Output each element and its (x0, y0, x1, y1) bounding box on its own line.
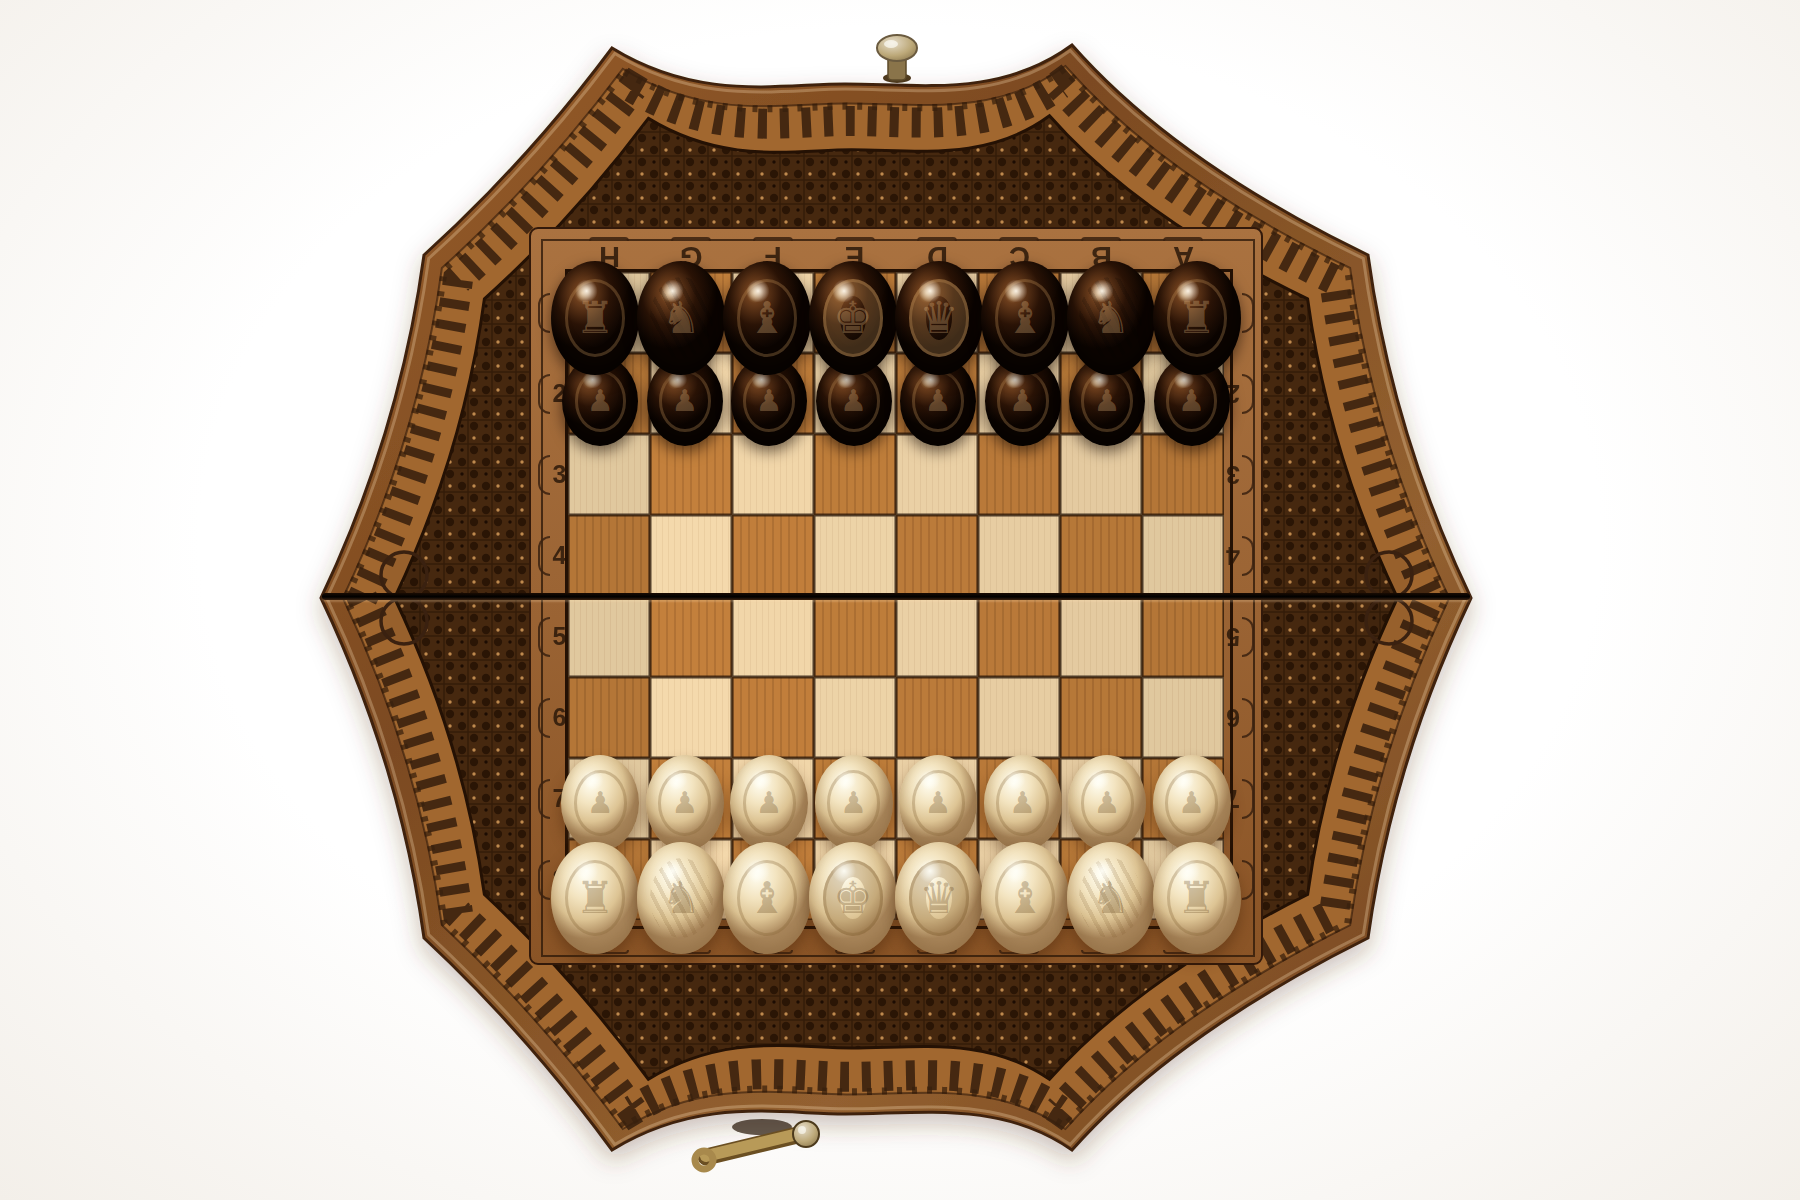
pawn-glyph: ♟ (756, 788, 783, 818)
square-h4[interactable] (568, 515, 650, 596)
pawn-glyph: ♟ (587, 386, 614, 416)
pawn-glyph: ♟ (925, 386, 952, 416)
square-a4[interactable] (1142, 515, 1224, 596)
piece-light-rook-a8[interactable]: ♜ (1153, 842, 1241, 954)
square-g6[interactable] (650, 677, 732, 758)
king-glyph: ♚ (833, 876, 872, 920)
bishop-glyph: ♝ (747, 296, 786, 340)
piece-dark-queen-d1[interactable]: ♛ (895, 261, 983, 375)
rook-glyph: ♜ (575, 296, 614, 340)
king-glyph: ♚ (833, 296, 872, 340)
square-e4[interactable] (814, 515, 896, 596)
number-scallop-icon (538, 698, 550, 738)
pawn-glyph: ♟ (1178, 788, 1205, 818)
pawn-glyph: ♟ (756, 386, 783, 416)
rank-number: 6 (1226, 705, 1240, 730)
rank-number: 4 (1226, 543, 1240, 568)
rank-label-right-4: 4 (1224, 515, 1256, 596)
pawn-glyph: ♟ (1094, 788, 1121, 818)
piece-light-rook-h8[interactable]: ♜ (551, 842, 639, 954)
square-d3[interactable] (896, 434, 978, 515)
rank-label-left-4: 4 (536, 515, 568, 596)
rank-label-right-3: 3 (1224, 434, 1256, 515)
pawn-glyph: ♟ (1009, 788, 1036, 818)
queen-glyph: ♛ (919, 876, 958, 920)
rank-label-left-5: 5 (536, 596, 568, 677)
number-scallop-icon (1242, 860, 1254, 900)
piece-light-pawn-c7[interactable]: ♟ (984, 755, 1062, 851)
piece-dark-knight-g1[interactable]: ♞ (637, 261, 725, 375)
rank-number: 6 (553, 705, 567, 730)
pawn-glyph: ♟ (1178, 386, 1205, 416)
number-scallop-icon (1242, 374, 1254, 414)
rank-number: 5 (553, 624, 567, 649)
pawn-glyph: ♟ (671, 386, 698, 416)
piece-dark-rook-h1[interactable]: ♜ (551, 261, 639, 375)
piece-dark-bishop-c1[interactable]: ♝ (981, 261, 1069, 375)
rank-number: 5 (1226, 624, 1240, 649)
square-c5[interactable] (978, 596, 1060, 677)
square-b3[interactable] (1060, 434, 1142, 515)
square-a6[interactable] (1142, 677, 1224, 758)
piece-light-knight-g8[interactable]: ♞ (637, 842, 725, 954)
rook-glyph: ♜ (575, 876, 614, 920)
rank-label-right-5: 5 (1224, 596, 1256, 677)
rook-glyph: ♜ (1177, 296, 1216, 340)
square-e5[interactable] (814, 596, 896, 677)
rank-number: 4 (553, 543, 567, 568)
number-scallop-icon (538, 536, 550, 576)
bishop-glyph: ♝ (1005, 296, 1044, 340)
pawn-glyph: ♟ (1094, 386, 1121, 416)
rook-glyph: ♜ (1177, 876, 1216, 920)
number-scallop-icon (1242, 536, 1254, 576)
rank-number: 3 (553, 462, 567, 487)
piece-dark-knight-b1[interactable]: ♞ (1067, 261, 1155, 375)
pawn-glyph: ♟ (840, 386, 867, 416)
pawn-glyph: ♟ (1009, 386, 1036, 416)
square-d6[interactable] (896, 677, 978, 758)
piece-dark-rook-a1[interactable]: ♜ (1153, 261, 1241, 375)
pawn-glyph: ♟ (840, 788, 867, 818)
square-c3[interactable] (978, 434, 1060, 515)
pawn-glyph: ♟ (925, 788, 952, 818)
fold-seam (322, 593, 1470, 600)
number-scallop-icon (538, 860, 550, 900)
square-a5[interactable] (1142, 596, 1224, 677)
piece-light-pawn-h7[interactable]: ♟ (561, 755, 639, 851)
piece-light-queen-d8[interactable]: ♛ (895, 842, 983, 954)
pawn-glyph: ♟ (587, 788, 614, 818)
knight-glyph: ♞ (1091, 876, 1130, 920)
rank-label-left-3: 3 (536, 434, 568, 515)
square-f6[interactable] (732, 677, 814, 758)
number-scallop-icon (1242, 698, 1254, 738)
square-d5[interactable] (896, 596, 978, 677)
square-b4[interactable] (1060, 515, 1142, 596)
scene: HHGGFFEEDDCCBBAA1122334455667788♜♞♝♚♛♝♞♜… (0, 0, 1800, 1200)
square-d4[interactable] (896, 515, 978, 596)
knight-glyph: ♞ (661, 296, 700, 340)
square-f4[interactable] (732, 515, 814, 596)
square-h6[interactable] (568, 677, 650, 758)
square-g4[interactable] (650, 515, 732, 596)
number-scallop-icon (538, 455, 550, 495)
square-e3[interactable] (814, 434, 896, 515)
square-h3[interactable] (568, 434, 650, 515)
piece-dark-king-e1[interactable]: ♚ (809, 261, 897, 375)
rank-number: 3 (1226, 462, 1240, 487)
pawn-glyph: ♟ (671, 788, 698, 818)
piece-light-knight-b8[interactable]: ♞ (1067, 842, 1155, 954)
bishop-glyph: ♝ (1005, 876, 1044, 920)
square-g3[interactable] (650, 434, 732, 515)
square-g5[interactable] (650, 596, 732, 677)
piece-light-bishop-f8[interactable]: ♝ (723, 842, 811, 954)
rank-label-right-6: 6 (1224, 677, 1256, 758)
square-c6[interactable] (978, 677, 1060, 758)
piece-light-bishop-c8[interactable]: ♝ (981, 842, 1069, 954)
square-a3[interactable] (1142, 434, 1224, 515)
piece-light-pawn-f7[interactable]: ♟ (730, 755, 808, 851)
piece-light-king-e8[interactable]: ♚ (809, 842, 897, 954)
square-b5[interactable] (1060, 596, 1142, 677)
number-scallop-icon (538, 617, 550, 657)
number-scallop-icon (538, 374, 550, 414)
knight-glyph: ♞ (661, 876, 700, 920)
number-scallop-icon (1242, 455, 1254, 495)
chess-board: HHGGFFEEDDCCBBAA1122334455667788♜♞♝♚♛♝♞♜… (0, 0, 1800, 1200)
square-f5[interactable] (732, 596, 814, 677)
bishop-glyph: ♝ (747, 876, 786, 920)
square-b6[interactable] (1060, 677, 1142, 758)
piece-light-pawn-b7[interactable]: ♟ (1068, 755, 1146, 851)
square-e6[interactable] (814, 677, 896, 758)
number-scallop-icon (1242, 293, 1254, 333)
piece-dark-bishop-f1[interactable]: ♝ (723, 261, 811, 375)
rank-label-left-6: 6 (536, 677, 568, 758)
piece-light-pawn-g7[interactable]: ♟ (646, 755, 724, 851)
number-scallop-icon (1242, 617, 1254, 657)
square-h5[interactable] (568, 596, 650, 677)
piece-light-pawn-d7[interactable]: ♟ (899, 755, 977, 851)
piece-light-pawn-e7[interactable]: ♟ (815, 755, 893, 851)
knight-glyph: ♞ (1091, 296, 1130, 340)
number-scallop-icon (1242, 779, 1254, 819)
queen-glyph: ♛ (919, 296, 958, 340)
number-scallop-icon (538, 779, 550, 819)
square-c4[interactable] (978, 515, 1060, 596)
square-f3[interactable] (732, 434, 814, 515)
piece-light-pawn-a7[interactable]: ♟ (1153, 755, 1231, 851)
number-scallop-icon (538, 293, 550, 333)
